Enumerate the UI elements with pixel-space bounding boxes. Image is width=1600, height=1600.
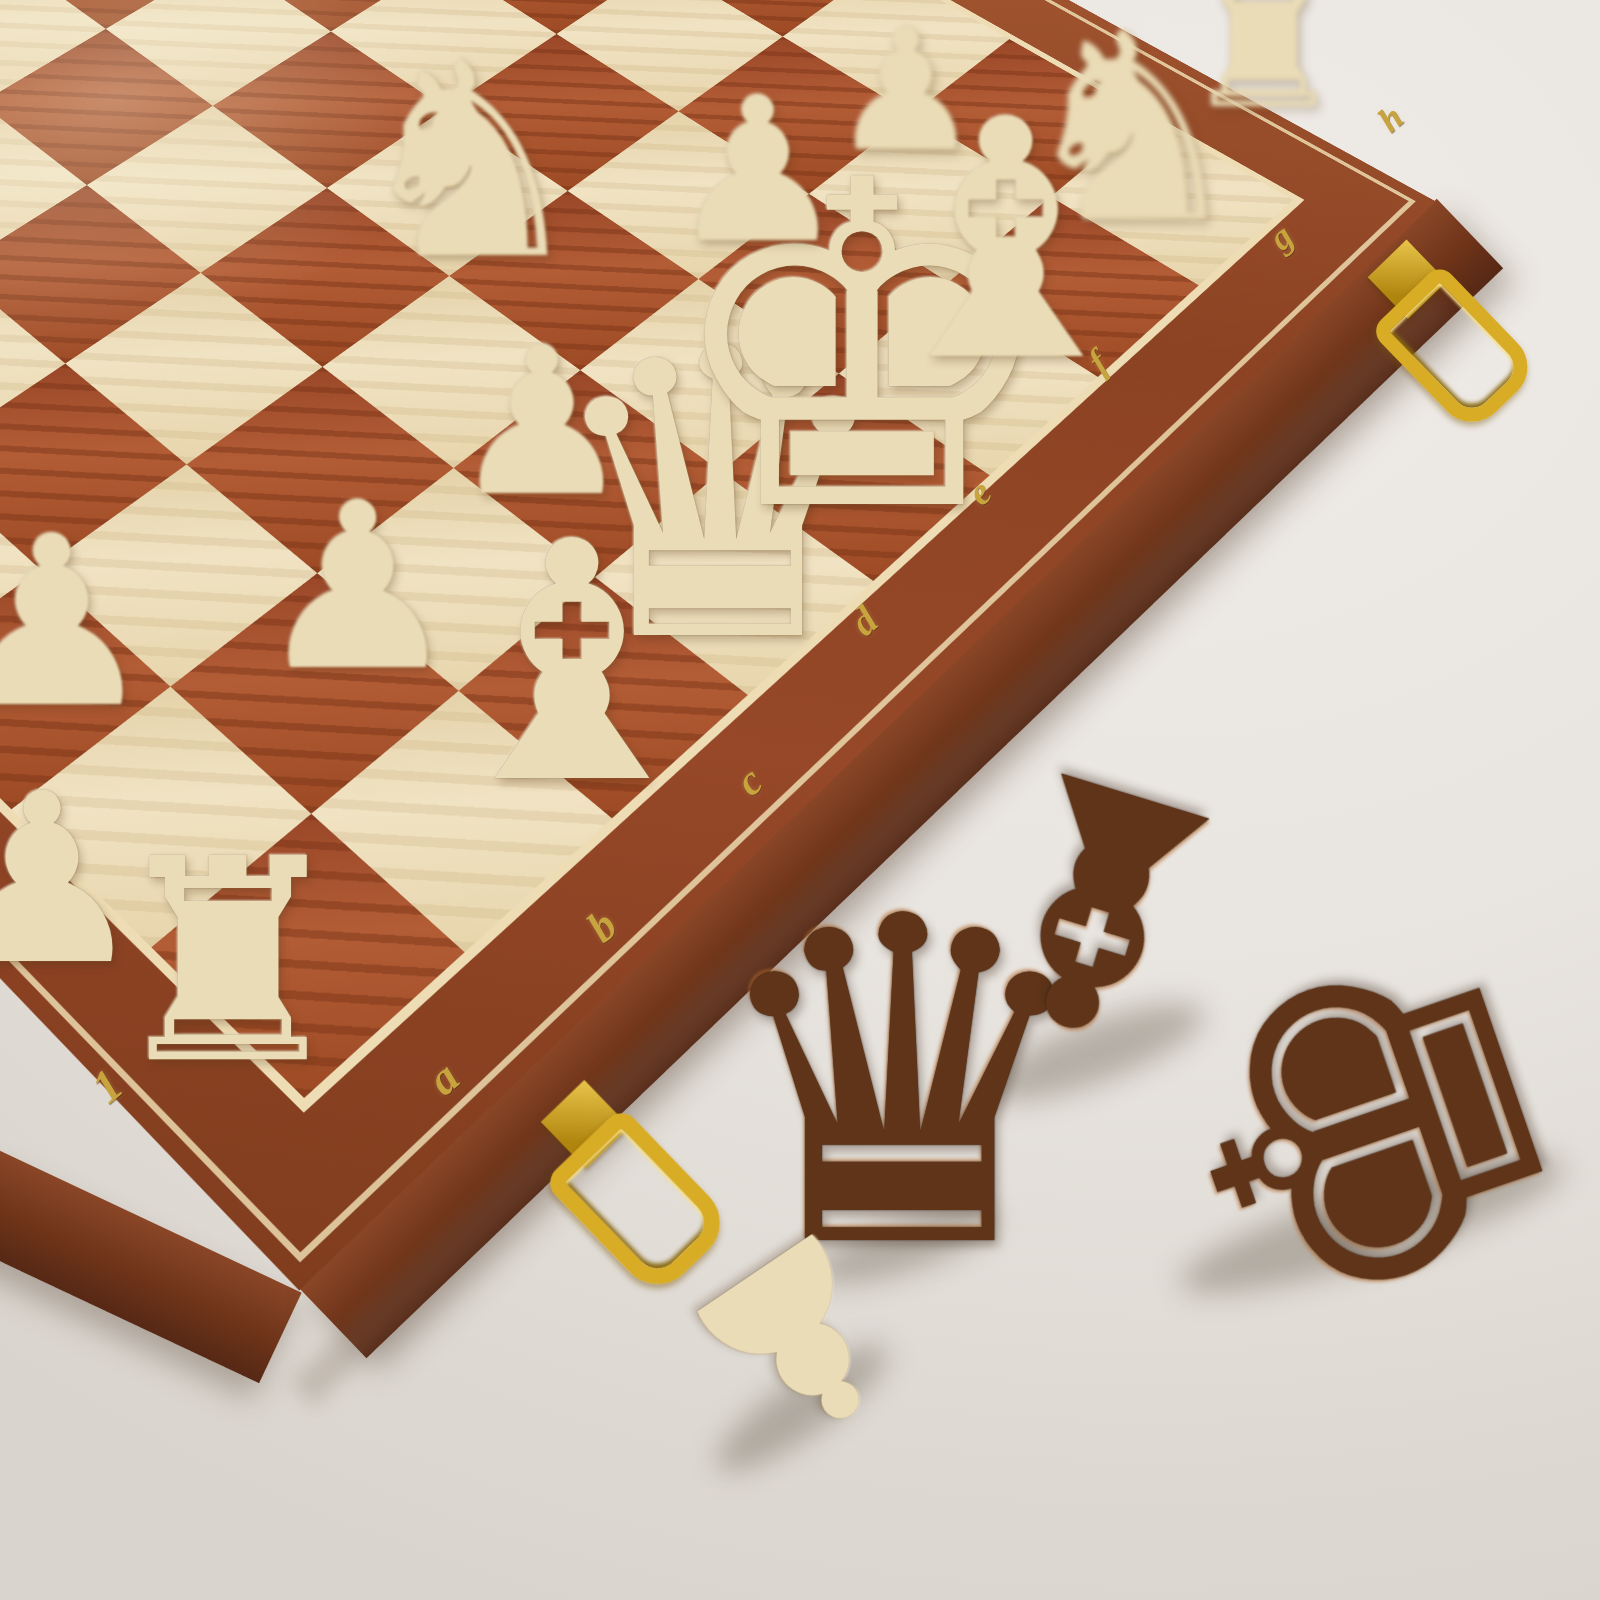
piece-white-pawn-b3: ♟	[0, 505, 157, 740]
photo-scene: ♜♟♟♝♟♛♟♚♟♞♝♟♞♜♛♝♚♟1abcdefgh	[0, 0, 1600, 1600]
piece-white-pawn-f2: ♟	[831, 7, 982, 175]
piece-white-pawn-c2: ♟	[255, 473, 461, 703]
piece-white-knight-e3: ♞	[349, 27, 591, 297]
piece-white-pawn-d2: ♟	[450, 320, 634, 525]
piece-white-pawn-a2: ♟	[0, 762, 147, 997]
piece-white-pawn-e2: ♟	[668, 71, 847, 271]
piece-white-rook-h1: ♜	[1181, 0, 1347, 135]
coordinate-label-h: h	[1371, 98, 1412, 141]
